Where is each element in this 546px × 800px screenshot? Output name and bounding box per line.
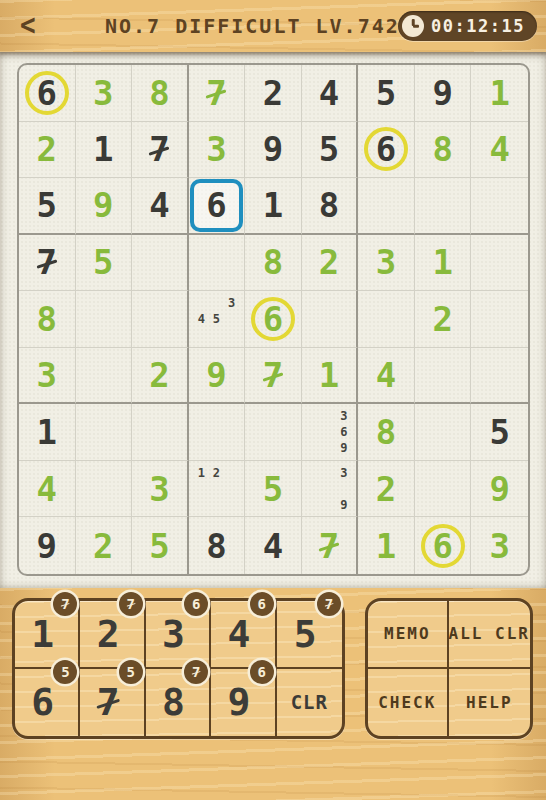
cell-r6c9[interactable] [471,348,528,405]
memo-slot [224,465,239,481]
memo-digits: 369 [307,408,352,456]
cell-r4c9[interactable] [471,235,528,292]
cell-r1c7[interactable]: 5 [358,65,415,122]
cell-r4c7[interactable]: 3 [358,235,415,292]
action-memo-button[interactable]: MEMO [368,601,449,669]
cell-digit: 1 [489,76,509,110]
cell-r2c8[interactable]: 8 [415,122,472,179]
key-label: 7 [97,683,120,721]
memo-slot: 4 [194,311,209,327]
cell-r8c4[interactable]: 12 [189,461,246,518]
cell-digit: 8 [263,245,283,279]
cell-r4c2[interactable]: 5 [76,235,133,292]
cell-r8c1[interactable]: 4 [19,461,76,518]
cell-r9c6[interactable]: 7 [302,517,359,574]
remaining-count-badge: 5 [53,660,77,684]
cell-r9c4[interactable]: 8 [189,517,246,574]
cell-r7c9[interactable]: 5 [471,404,528,461]
cell-r9c2[interactable]: 2 [76,517,133,574]
cell-r6c7[interactable]: 4 [358,348,415,405]
memo-slot: 3 [336,408,351,424]
cell-digit: 6 [376,132,396,166]
memo-slot [322,481,337,497]
timer-badge: 00:12:15 [398,11,537,41]
cell-digit: 9 [93,188,113,222]
cell-digit: 3 [37,358,57,392]
cell-r2c7[interactable]: 6 [358,122,415,179]
cell-r8c8[interactable] [415,461,472,518]
memo-slot [224,311,239,327]
cell-digit: 5 [489,415,509,449]
cell-digit: 6 [263,302,283,336]
bottom-panel: 172736465765758796CLR MEMOALL CLRCHECKHE… [0,588,546,800]
cell-digit: 9 [489,472,509,506]
cell-digit: 4 [489,132,509,166]
memo-slot: 1 [194,465,209,481]
cell-digit: 6 [37,76,57,110]
cell-digit: 4 [37,472,57,506]
cell-digit: 9 [432,76,452,110]
memo-slot [307,424,322,440]
cell-r8c5[interactable]: 5 [245,461,302,518]
cell-r2c2[interactable]: 1 [76,122,133,179]
key-4[interactable]: 46 [211,601,276,669]
cell-r8c6[interactable]: 39 [302,461,359,518]
cell-r4c3[interactable] [132,235,189,292]
memo-slot [224,481,239,497]
cell-digit: 8 [376,415,396,449]
cell-r1c2[interactable]: 3 [76,65,133,122]
key-label: 2 [97,615,120,653]
memo-slot [224,327,239,343]
key-8[interactable]: 87 [146,669,211,737]
cell-digit: 9 [37,529,57,563]
cell-r5c4[interactable]: 345 [189,291,246,348]
cell-r6c5[interactable]: 7 [245,348,302,405]
remaining-count-badge: 7 [53,592,77,616]
cell-r4c8[interactable]: 1 [415,235,472,292]
cell-digit: 5 [37,188,57,222]
memo-slot [209,295,224,311]
cell-digit: 2 [432,302,452,336]
remaining-count-badge: 5 [119,660,143,684]
cell-r7c7[interactable]: 8 [358,404,415,461]
memo-slot [194,295,209,311]
key-2[interactable]: 27 [80,601,145,669]
cell-digit: 4 [149,188,169,222]
cell-digit: 7 [206,76,226,110]
memo-slot [322,424,337,440]
key-label: 9 [227,683,250,721]
cell-r7c5[interactable] [245,404,302,461]
cell-digit: 3 [149,472,169,506]
clock-icon [402,15,424,37]
timer-text: 00:12:15 [431,16,525,36]
cell-digit: 7 [37,245,57,279]
cell-digit: 6 [432,529,452,563]
key-label: CLR [291,693,328,712]
cell-digit: 2 [93,529,113,563]
cell-r3c9[interactable] [471,178,528,235]
cell-digit: 5 [93,245,113,279]
cell-r7c1[interactable]: 1 [19,404,76,461]
cell-digit: 1 [432,245,452,279]
cell-digit: 7 [263,358,283,392]
memo-slot: 5 [209,311,224,327]
cell-r6c8[interactable] [415,348,472,405]
back-button[interactable]: < [20,9,36,41]
cell-r6c3[interactable]: 2 [132,348,189,405]
memo-slot [322,497,337,513]
board-area: 6387245912173956845946187582318345623297… [0,52,546,588]
cell-r7c6[interactable]: 369 [302,404,359,461]
cell-digit: 3 [206,132,226,166]
cell-r2c4[interactable]: 3 [189,122,246,179]
numpad: 172736465765758796CLR [12,598,345,739]
cell-r4c4[interactable] [189,235,246,292]
key-label: 6 [31,683,54,721]
memo-slot [194,481,209,497]
cell-r6c4[interactable]: 9 [189,348,246,405]
cell-r8c9[interactable]: 9 [471,461,528,518]
memo-slot: 9 [336,440,351,456]
cell-r2c1[interactable]: 2 [19,122,76,179]
cell-digit: 9 [263,132,283,166]
cell-r7c8[interactable] [415,404,472,461]
cell-r1c8[interactable]: 9 [415,65,472,122]
cell-digit: 4 [319,76,339,110]
cell-digit: 2 [37,132,57,166]
cell-digit: 1 [263,188,283,222]
memo-slot: 6 [336,424,351,440]
cell-r3c1[interactable]: 5 [19,178,76,235]
memo-slot [224,497,239,513]
memo-slot: 2 [209,465,224,481]
cell-r1c9[interactable]: 1 [471,65,528,122]
key-9[interactable]: 96 [211,669,276,737]
cell-digit: 4 [263,529,283,563]
memo-slot [336,481,351,497]
sudoku-board: 6387245912173956845946187582318345623297… [17,63,530,576]
cell-r8c2[interactable] [76,461,133,518]
cell-r4c6[interactable]: 2 [302,235,359,292]
cell-r9c1[interactable]: 9 [19,517,76,574]
memo-slot [307,408,322,424]
memo-slot: 9 [336,497,351,513]
cell-digit: 2 [149,358,169,392]
memo-slot [307,497,322,513]
cell-digit: 7 [149,132,169,166]
cell-digit: 4 [376,358,396,392]
cell-digit: 8 [149,76,169,110]
key-label: 5 [294,615,317,653]
memo-slot [209,497,224,513]
cell-r5c3[interactable] [132,291,189,348]
cell-r5c2[interactable] [76,291,133,348]
cell-digit: 8 [319,188,339,222]
cell-r1c3[interactable]: 8 [132,65,189,122]
cell-r3c2[interactable]: 9 [76,178,133,235]
key-label: 1 [31,615,54,653]
cell-r1c1[interactable]: 6 [19,65,76,122]
remaining-count-badge: 7 [317,592,341,616]
action-pad: MEMOALL CLRCHECKHELP [365,598,533,739]
cell-digit: 3 [93,76,113,110]
cell-digit: 2 [376,472,396,506]
cell-r1c5[interactable]: 2 [245,65,302,122]
memo-slot [322,465,337,481]
cell-r9c5[interactable]: 4 [245,517,302,574]
cell-r9c8[interactable]: 6 [415,517,472,574]
cell-r9c3[interactable]: 5 [132,517,189,574]
memo-slot [209,481,224,497]
action-check-button[interactable]: CHECK [368,669,449,737]
remaining-count-badge: 6 [250,660,274,684]
cell-digit: 3 [376,245,396,279]
memo-slot [307,440,322,456]
key-1[interactable]: 17 [15,601,80,669]
memo-slot [307,465,322,481]
cell-r3c6[interactable]: 8 [302,178,359,235]
cell-r8c3[interactable]: 3 [132,461,189,518]
cell-r3c4[interactable]: 6 [189,178,246,235]
cell-r5c1[interactable]: 8 [19,291,76,348]
cell-r4c5[interactable]: 8 [245,235,302,292]
cell-r5c8[interactable]: 2 [415,291,472,348]
cell-digit: 7 [319,529,339,563]
cell-r6c6[interactable]: 1 [302,348,359,405]
key-label: 4 [227,615,250,653]
key-5[interactable]: 57 [277,601,342,669]
header-bar: < NO.7 DIFFICULT LV.742 00:12:15 [0,0,546,52]
cell-digit: 5 [376,76,396,110]
key-label: 3 [162,615,185,653]
memo-slot: 3 [336,465,351,481]
cell-digit: 3 [489,529,509,563]
remaining-count-badge: 6 [250,592,274,616]
key-7[interactable]: 75 [80,669,145,737]
cell-digit: 1 [319,358,339,392]
remaining-count-badge: 7 [119,592,143,616]
cell-r6c2[interactable] [76,348,133,405]
cell-digit: 5 [263,472,283,506]
memo-slot [307,481,322,497]
memo-digits: 12 [194,465,240,513]
memo-digits: 345 [194,295,240,343]
cell-digit: 5 [149,529,169,563]
memo-slot: 3 [224,295,239,311]
cell-r5c7[interactable] [358,291,415,348]
cell-digit: 2 [263,76,283,110]
cell-r2c6[interactable]: 5 [302,122,359,179]
cell-r5c9[interactable] [471,291,528,348]
cell-r9c9[interactable]: 3 [471,517,528,574]
cell-r2c5[interactable]: 9 [245,122,302,179]
memo-slot [322,440,337,456]
cell-r5c5[interactable]: 6 [245,291,302,348]
cell-r3c3[interactable]: 4 [132,178,189,235]
cell-digit: 6 [206,188,226,222]
cell-digit: 8 [37,302,57,336]
cell-r9c7[interactable]: 1 [358,517,415,574]
cell-r3c8[interactable] [415,178,472,235]
key-3[interactable]: 36 [146,601,211,669]
cell-r7c4[interactable] [189,404,246,461]
action-all-clr-button[interactable]: ALL CLR [449,601,530,669]
cell-r4c1[interactable]: 7 [19,235,76,292]
cell-r3c7[interactable] [358,178,415,235]
memo-slot [194,497,209,513]
remaining-count-badge: 7 [184,660,208,684]
cell-r8c7[interactable]: 2 [358,461,415,518]
cell-digit: 1 [37,415,57,449]
key-label: 8 [162,683,185,721]
cell-digit: 2 [319,245,339,279]
cell-r3c5[interactable]: 1 [245,178,302,235]
page-title: NO.7 DIFFICULT LV.742 [105,14,400,38]
cell-r2c9[interactable]: 4 [471,122,528,179]
cell-digit: 8 [206,529,226,563]
memo-slot [322,408,337,424]
memo-slot [209,327,224,343]
cell-r7c3[interactable] [132,404,189,461]
remaining-count-badge: 6 [184,592,208,616]
cell-digit: 9 [206,358,226,392]
cell-r6c1[interactable]: 3 [19,348,76,405]
memo-slot [194,327,209,343]
cell-digit: 8 [432,132,452,166]
key-clr[interactable]: CLR [277,669,342,737]
cell-r2c3[interactable]: 7 [132,122,189,179]
cell-digit: 1 [93,132,113,166]
cell-r5c6[interactable] [302,291,359,348]
memo-digits: 39 [307,465,352,513]
cell-r1c6[interactable]: 4 [302,65,359,122]
cell-r1c4[interactable]: 7 [189,65,246,122]
key-6[interactable]: 65 [15,669,80,737]
cell-digit: 1 [376,529,396,563]
action-help-button[interactable]: HELP [449,669,530,737]
cell-digit: 5 [319,132,339,166]
cell-r7c2[interactable] [76,404,133,461]
